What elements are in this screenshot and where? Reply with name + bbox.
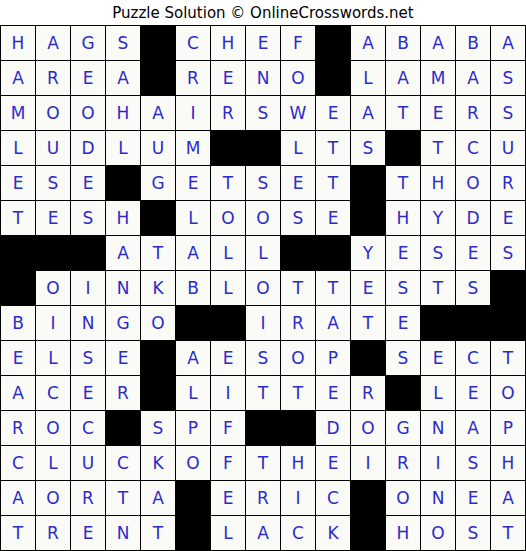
- block-cell: [141, 26, 175, 60]
- letter-cell: E: [211, 341, 245, 375]
- letter-cell: H: [421, 166, 455, 200]
- letter-cell: O: [456, 166, 490, 200]
- letter-cell: B: [456, 26, 490, 60]
- block-cell: [176, 306, 210, 340]
- letter-cell: A: [386, 61, 420, 95]
- letter-cell: O: [491, 376, 525, 410]
- letter-cell: K: [316, 516, 350, 550]
- block-cell: [351, 341, 385, 375]
- letter-cell: I: [71, 271, 105, 305]
- letter-cell: O: [351, 411, 385, 445]
- letter-cell: S: [351, 131, 385, 165]
- block-cell: [211, 306, 245, 340]
- letter-cell: S: [71, 341, 105, 375]
- letter-cell: O: [71, 96, 105, 130]
- letter-cell: W: [281, 96, 315, 130]
- letter-cell: D: [456, 201, 490, 235]
- letter-cell: L: [246, 236, 280, 270]
- letter-cell: E: [316, 446, 350, 480]
- letter-cell: A: [176, 341, 210, 375]
- letter-cell: R: [1, 411, 35, 445]
- letter-cell: B: [176, 271, 210, 305]
- letter-cell: U: [141, 131, 175, 165]
- letter-cell: S: [456, 446, 490, 480]
- letter-cell: O: [281, 341, 315, 375]
- letter-cell: Y: [421, 201, 455, 235]
- letter-cell: A: [176, 236, 210, 270]
- letter-cell: S: [71, 201, 105, 235]
- letter-cell: A: [106, 61, 140, 95]
- letter-cell: A: [351, 26, 385, 60]
- letter-cell: E: [71, 376, 105, 410]
- block-cell: [176, 516, 210, 550]
- block-cell: [491, 271, 525, 305]
- letter-cell: L: [36, 341, 70, 375]
- letter-cell: I: [351, 446, 385, 480]
- letter-cell: T: [491, 516, 525, 550]
- letter-cell: K: [141, 446, 175, 480]
- letter-cell: E: [316, 376, 350, 410]
- letter-cell: A: [1, 481, 35, 515]
- letter-cell: A: [351, 96, 385, 130]
- block-cell: [491, 306, 525, 340]
- letter-cell: R: [246, 481, 280, 515]
- letter-cell: T: [1, 201, 35, 235]
- letter-cell: A: [316, 306, 350, 340]
- letter-cell: I: [246, 306, 280, 340]
- letter-cell: C: [1, 446, 35, 480]
- letter-cell: T: [351, 306, 385, 340]
- letter-cell: I: [176, 96, 210, 130]
- block-cell: [71, 236, 105, 270]
- crossword-grid: HAGSCHEFABABAAREARENOLAMASMOOHAIRSWEATER…: [0, 25, 526, 551]
- letter-cell: P: [176, 411, 210, 445]
- letter-cell: A: [456, 411, 490, 445]
- block-cell: [141, 61, 175, 95]
- letter-cell: E: [351, 271, 385, 305]
- puzzle-solution-page: Puzzle Solution © OnlineCrosswords.net H…: [0, 0, 526, 551]
- letter-cell: A: [1, 376, 35, 410]
- letter-cell: A: [491, 481, 525, 515]
- letter-cell: H: [386, 516, 420, 550]
- letter-cell: T: [141, 236, 175, 270]
- letter-cell: R: [71, 481, 105, 515]
- letter-cell: T: [1, 516, 35, 550]
- letter-cell: C: [106, 446, 140, 480]
- letter-cell: P: [491, 411, 525, 445]
- block-cell: [351, 166, 385, 200]
- letter-cell: K: [141, 271, 175, 305]
- letter-cell: S: [246, 96, 280, 130]
- letter-cell: N: [71, 306, 105, 340]
- letter-cell: E: [36, 201, 70, 235]
- letter-cell: T: [106, 481, 140, 515]
- block-cell: [421, 306, 455, 340]
- letter-cell: S: [106, 26, 140, 60]
- letter-cell: T: [316, 271, 350, 305]
- letter-cell: U: [71, 446, 105, 480]
- block-cell: [141, 341, 175, 375]
- letter-cell: S: [491, 236, 525, 270]
- letter-cell: P: [316, 341, 350, 375]
- letter-cell: G: [71, 26, 105, 60]
- letter-cell: G: [141, 166, 175, 200]
- letter-cell: D: [316, 411, 350, 445]
- letter-cell: A: [246, 516, 280, 550]
- block-cell: [351, 201, 385, 235]
- letter-cell: C: [281, 516, 315, 550]
- letter-cell: L: [176, 376, 210, 410]
- letter-cell: L: [211, 516, 245, 550]
- letter-cell: R: [211, 96, 245, 130]
- letter-cell: T: [211, 166, 245, 200]
- letter-cell: T: [316, 131, 350, 165]
- block-cell: [141, 201, 175, 235]
- letter-cell: F: [211, 446, 245, 480]
- letter-cell: N: [106, 516, 140, 550]
- letter-cell: I: [211, 376, 245, 410]
- letter-cell: H: [106, 96, 140, 130]
- letter-cell: S: [456, 271, 490, 305]
- letter-cell: U: [491, 131, 525, 165]
- letter-cell: T: [316, 166, 350, 200]
- letter-cell: A: [491, 26, 525, 60]
- block-cell: [1, 236, 35, 270]
- letter-cell: S: [421, 236, 455, 270]
- letter-cell: H: [211, 26, 245, 60]
- letter-cell: R: [456, 96, 490, 130]
- letter-cell: R: [491, 166, 525, 200]
- block-cell: [386, 131, 420, 165]
- letter-cell: E: [246, 26, 280, 60]
- letter-cell: E: [71, 61, 105, 95]
- letter-cell: S: [456, 516, 490, 550]
- letter-cell: L: [211, 236, 245, 270]
- letter-cell: E: [71, 166, 105, 200]
- letter-cell: T: [246, 446, 280, 480]
- letter-cell: O: [36, 411, 70, 445]
- letter-cell: C: [456, 341, 490, 375]
- letter-cell: O: [211, 201, 245, 235]
- letter-cell: L: [211, 271, 245, 305]
- letter-cell: S: [36, 166, 70, 200]
- letter-cell: C: [456, 131, 490, 165]
- letter-cell: B: [386, 26, 420, 60]
- letter-cell: L: [36, 446, 70, 480]
- letter-cell: E: [211, 61, 245, 95]
- letter-cell: E: [316, 201, 350, 235]
- letter-cell: H: [281, 446, 315, 480]
- letter-cell: N: [421, 481, 455, 515]
- letter-cell: N: [106, 271, 140, 305]
- page-title: Puzzle Solution © OnlineCrosswords.net: [0, 0, 526, 25]
- block-cell: [1, 271, 35, 305]
- letter-cell: E: [421, 96, 455, 130]
- letter-cell: E: [316, 96, 350, 130]
- letter-cell: E: [281, 166, 315, 200]
- letter-cell: R: [36, 516, 70, 550]
- block-cell: [351, 516, 385, 550]
- letter-cell: H: [106, 201, 140, 235]
- letter-cell: N: [421, 411, 455, 445]
- letter-cell: E: [211, 481, 245, 515]
- letter-cell: E: [386, 306, 420, 340]
- letter-cell: A: [141, 481, 175, 515]
- letter-cell: T: [386, 96, 420, 130]
- letter-cell: L: [176, 201, 210, 235]
- letter-cell: E: [106, 341, 140, 375]
- letter-cell: L: [421, 376, 455, 410]
- block-cell: [211, 131, 245, 165]
- letter-cell: H: [1, 26, 35, 60]
- letter-cell: C: [316, 481, 350, 515]
- letter-cell: Y: [351, 236, 385, 270]
- block-cell: [316, 26, 350, 60]
- letter-cell: G: [386, 411, 420, 445]
- letter-cell: H: [491, 446, 525, 480]
- letter-cell: N: [246, 61, 280, 95]
- letter-cell: A: [36, 26, 70, 60]
- block-cell: [316, 236, 350, 270]
- letter-cell: R: [36, 61, 70, 95]
- letter-cell: I: [281, 481, 315, 515]
- letter-cell: O: [421, 516, 455, 550]
- letter-cell: S: [386, 341, 420, 375]
- letter-cell: E: [1, 166, 35, 200]
- letter-cell: T: [386, 166, 420, 200]
- block-cell: [246, 411, 280, 445]
- block-cell: [316, 61, 350, 95]
- block-cell: [456, 306, 490, 340]
- letter-cell: E: [491, 201, 525, 235]
- letter-cell: E: [421, 341, 455, 375]
- letter-cell: O: [176, 446, 210, 480]
- block-cell: [176, 481, 210, 515]
- letter-cell: U: [36, 131, 70, 165]
- block-cell: [386, 376, 420, 410]
- letter-cell: R: [176, 61, 210, 95]
- letter-cell: L: [106, 131, 140, 165]
- letter-cell: O: [36, 481, 70, 515]
- letter-cell: M: [1, 96, 35, 130]
- letter-cell: S: [281, 201, 315, 235]
- block-cell: [106, 166, 140, 200]
- letter-cell: A: [421, 26, 455, 60]
- letter-cell: B: [1, 306, 35, 340]
- letter-cell: C: [176, 26, 210, 60]
- letter-cell: T: [281, 271, 315, 305]
- letter-cell: I: [421, 446, 455, 480]
- letter-cell: A: [1, 61, 35, 95]
- letter-cell: O: [246, 201, 280, 235]
- letter-cell: O: [36, 271, 70, 305]
- letter-cell: D: [71, 131, 105, 165]
- letter-cell: S: [386, 271, 420, 305]
- letter-cell: M: [176, 131, 210, 165]
- letter-cell: T: [246, 376, 280, 410]
- block-cell: [106, 411, 140, 445]
- block-cell: [351, 481, 385, 515]
- letter-cell: S: [491, 96, 525, 130]
- letter-cell: S: [491, 61, 525, 95]
- letter-cell: F: [281, 26, 315, 60]
- letter-cell: R: [106, 376, 140, 410]
- letter-cell: E: [1, 341, 35, 375]
- letter-cell: T: [421, 271, 455, 305]
- letter-cell: C: [36, 376, 70, 410]
- letter-cell: L: [351, 61, 385, 95]
- letter-cell: E: [456, 481, 490, 515]
- letter-cell: E: [456, 376, 490, 410]
- letter-cell: S: [141, 411, 175, 445]
- block-cell: [281, 236, 315, 270]
- letter-cell: E: [456, 236, 490, 270]
- letter-cell: T: [491, 341, 525, 375]
- letter-cell: C: [71, 411, 105, 445]
- letter-cell: L: [281, 131, 315, 165]
- letter-cell: M: [421, 61, 455, 95]
- letter-cell: A: [456, 61, 490, 95]
- letter-cell: A: [141, 96, 175, 130]
- letter-cell: O: [141, 306, 175, 340]
- letter-cell: O: [246, 271, 280, 305]
- letter-cell: O: [281, 61, 315, 95]
- letter-cell: E: [386, 236, 420, 270]
- letter-cell: T: [141, 516, 175, 550]
- letter-cell: H: [386, 201, 420, 235]
- block-cell: [281, 411, 315, 445]
- letter-cell: R: [281, 306, 315, 340]
- letter-cell: R: [351, 376, 385, 410]
- letter-cell: T: [421, 131, 455, 165]
- block-cell: [36, 236, 70, 270]
- letter-cell: S: [246, 166, 280, 200]
- block-cell: [141, 376, 175, 410]
- letter-cell: O: [386, 481, 420, 515]
- letter-cell: S: [246, 341, 280, 375]
- block-cell: [246, 131, 280, 165]
- letter-cell: E: [176, 166, 210, 200]
- letter-cell: E: [71, 516, 105, 550]
- letter-cell: T: [281, 376, 315, 410]
- letter-cell: O: [36, 96, 70, 130]
- letter-cell: G: [106, 306, 140, 340]
- letter-cell: F: [211, 411, 245, 445]
- letter-cell: I: [36, 306, 70, 340]
- letter-cell: A: [106, 236, 140, 270]
- letter-cell: R: [386, 446, 420, 480]
- letter-cell: L: [1, 131, 35, 165]
